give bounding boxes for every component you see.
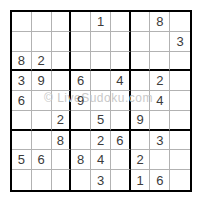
sudoku-cell-r7c5[interactable]: 2 [91, 131, 111, 151]
given-digit: 5 [18, 153, 25, 166]
given-digit: 6 [77, 74, 84, 87]
sudoku-cell-r4c9[interactable] [170, 71, 190, 91]
sudoku-cell-r4c6[interactable]: 4 [111, 71, 131, 91]
sudoku-cell-r3c8[interactable] [150, 52, 170, 72]
sudoku-cell-r1c7[interactable] [131, 12, 151, 32]
sudoku-cell-r7c3[interactable]: 8 [52, 131, 72, 151]
sudoku-cell-r7c1[interactable] [12, 131, 32, 151]
sudoku-board: 1838239642694259826356842316 [10, 10, 192, 192]
sudoku-page: 1838239642694259826356842316 © LiveSudok… [0, 0, 200, 200]
given-digit: 6 [156, 174, 163, 187]
given-digit: 4 [97, 153, 104, 166]
sudoku-cell-r2c5[interactable] [91, 32, 111, 52]
sudoku-cell-r8c5[interactable]: 4 [91, 150, 111, 170]
given-digit: 2 [57, 113, 64, 126]
sudoku-cell-r5c2[interactable] [32, 91, 52, 111]
sudoku-cell-r3c2[interactable]: 2 [32, 52, 52, 72]
sudoku-cell-r3c9[interactable] [170, 52, 190, 72]
sudoku-cell-r5c6[interactable] [111, 91, 131, 111]
given-digit: 3 [97, 174, 104, 187]
sudoku-cell-r5c7[interactable] [131, 91, 151, 111]
sudoku-cell-r8c2[interactable]: 6 [32, 150, 52, 170]
sudoku-cell-r6c4[interactable] [71, 111, 91, 131]
sudoku-cell-r7c4[interactable] [71, 131, 91, 151]
given-digit: 2 [156, 74, 163, 87]
sudoku-cell-r1c9[interactable] [170, 12, 190, 32]
sudoku-cell-r8c4[interactable]: 8 [71, 150, 91, 170]
sudoku-cell-r5c3[interactable] [52, 91, 72, 111]
sudoku-cell-r6c1[interactable] [12, 111, 32, 131]
given-digit: 8 [77, 153, 84, 166]
sudoku-cell-r9c7[interactable]: 1 [131, 170, 151, 190]
sudoku-cell-r2c1[interactable] [12, 32, 32, 52]
given-digit: 9 [38, 74, 45, 87]
sudoku-cell-r6c6[interactable] [111, 111, 131, 131]
sudoku-cell-r3c3[interactable] [52, 52, 72, 72]
sudoku-cell-r6c8[interactable] [150, 111, 170, 131]
sudoku-cell-r2c6[interactable] [111, 32, 131, 52]
sudoku-cell-r4c7[interactable] [131, 71, 151, 91]
sudoku-cell-r2c7[interactable] [131, 32, 151, 52]
sudoku-cell-r6c2[interactable] [32, 111, 52, 131]
given-digit: 9 [77, 94, 84, 107]
sudoku-cell-r2c8[interactable] [150, 32, 170, 52]
sudoku-cell-r9c3[interactable] [52, 170, 72, 190]
sudoku-cell-r6c9[interactable] [170, 111, 190, 131]
sudoku-cell-r5c1[interactable]: 6 [12, 91, 32, 111]
sudoku-cell-r6c3[interactable]: 2 [52, 111, 72, 131]
given-digit: 4 [116, 74, 123, 87]
sudoku-cell-r2c4[interactable] [71, 32, 91, 52]
given-digit: 6 [116, 134, 123, 147]
sudoku-cell-r5c8[interactable]: 4 [150, 91, 170, 111]
sudoku-cell-r4c4[interactable]: 6 [71, 71, 91, 91]
sudoku-cell-r9c5[interactable]: 3 [91, 170, 111, 190]
given-digit: 9 [136, 113, 143, 126]
sudoku-cell-r8c6[interactable] [111, 150, 131, 170]
sudoku-cell-r1c1[interactable] [12, 12, 32, 32]
sudoku-cell-r5c9[interactable] [170, 91, 190, 111]
given-digit: 2 [136, 153, 143, 166]
given-digit: 2 [97, 134, 104, 147]
sudoku-cell-r1c6[interactable] [111, 12, 131, 32]
sudoku-cell-r7c2[interactable] [32, 131, 52, 151]
sudoku-cell-r9c8[interactable]: 6 [150, 170, 170, 190]
sudoku-cell-r2c9[interactable]: 3 [170, 32, 190, 52]
sudoku-cell-r7c8[interactable]: 3 [150, 131, 170, 151]
sudoku-cell-r9c9[interactable] [170, 170, 190, 190]
sudoku-cell-r3c5[interactable] [91, 52, 111, 72]
sudoku-cell-r3c7[interactable] [131, 52, 151, 72]
sudoku-cell-r4c8[interactable]: 2 [150, 71, 170, 91]
sudoku-cell-r9c4[interactable] [71, 170, 91, 190]
sudoku-cell-r9c6[interactable] [111, 170, 131, 190]
sudoku-cell-r3c4[interactable] [71, 52, 91, 72]
sudoku-cell-r9c1[interactable] [12, 170, 32, 190]
sudoku-cell-r2c2[interactable] [32, 32, 52, 52]
given-digit: 1 [136, 174, 143, 187]
sudoku-cell-r1c4[interactable] [71, 12, 91, 32]
given-digit: 3 [18, 74, 25, 87]
sudoku-cell-r4c2[interactable]: 9 [32, 71, 52, 91]
sudoku-cell-r7c9[interactable] [170, 131, 190, 151]
given-digit: 6 [18, 94, 25, 107]
sudoku-cell-r4c5[interactable] [91, 71, 111, 91]
given-digit: 6 [38, 153, 45, 166]
sudoku-cell-r9c2[interactable] [32, 170, 52, 190]
sudoku-cell-r8c1[interactable]: 5 [12, 150, 32, 170]
sudoku-cell-r7c7[interactable] [131, 131, 151, 151]
given-digit: 3 [176, 35, 183, 48]
given-digit: 5 [97, 113, 104, 126]
given-digit: 8 [57, 134, 64, 147]
sudoku-cell-r8c8[interactable] [150, 150, 170, 170]
sudoku-cell-r6c7[interactable]: 9 [131, 111, 151, 131]
sudoku-cell-r1c3[interactable] [52, 12, 72, 32]
given-digit: 1 [97, 15, 104, 28]
sudoku-cell-r5c5[interactable] [91, 91, 111, 111]
sudoku-cell-r7c6[interactable]: 6 [111, 131, 131, 151]
sudoku-cell-r4c1[interactable]: 3 [12, 71, 32, 91]
sudoku-cell-r1c8[interactable]: 8 [150, 12, 170, 32]
sudoku-cell-r3c6[interactable] [111, 52, 131, 72]
sudoku-cell-r2c3[interactable] [52, 32, 72, 52]
given-digit: 3 [156, 134, 163, 147]
sudoku-cell-r6c5[interactable]: 5 [91, 111, 111, 131]
given-digit: 8 [156, 15, 163, 28]
sudoku-cell-r4c3[interactable] [52, 71, 72, 91]
sudoku-cell-r8c9[interactable] [170, 150, 190, 170]
sudoku-cell-r3c1[interactable]: 8 [12, 52, 32, 72]
given-digit: 2 [38, 54, 45, 67]
sudoku-cell-r5c4[interactable]: 9 [71, 91, 91, 111]
sudoku-cell-r1c2[interactable] [32, 12, 52, 32]
sudoku-cell-r8c3[interactable] [52, 150, 72, 170]
given-digit: 8 [18, 54, 25, 67]
sudoku-cell-r1c5[interactable]: 1 [91, 12, 111, 32]
given-digit: 4 [156, 94, 163, 107]
sudoku-cell-r8c7[interactable]: 2 [131, 150, 151, 170]
